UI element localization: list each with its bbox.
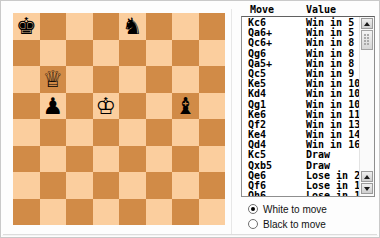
square-b5[interactable]: ♟ <box>40 93 67 120</box>
square-e7[interactable] <box>119 40 146 67</box>
move-column-header: Move <box>250 4 306 15</box>
square-d6[interactable] <box>93 66 120 93</box>
square-g3[interactable] <box>172 146 199 173</box>
square-a5[interactable] <box>13 93 40 120</box>
square-a3[interactable] <box>13 146 40 173</box>
move-list[interactable]: Kc6Win in 5Qa6+Win in 5Qc6+Win in 8Qg6Wi… <box>241 16 375 197</box>
white-to-move-radio[interactable] <box>248 204 258 214</box>
move-cell: Qh6 <box>248 191 306 196</box>
square-h7[interactable] <box>199 40 226 67</box>
square-b7[interactable] <box>40 40 67 67</box>
chess-board: ♚♞♕♟♔♝ <box>13 13 225 225</box>
square-e4[interactable] <box>119 119 146 146</box>
radio-dot-icon <box>251 207 255 211</box>
square-b6[interactable]: ♕ <box>40 66 67 93</box>
square-f7[interactable] <box>146 40 173 67</box>
scrollbar-bottom-buttons <box>361 171 373 194</box>
square-b8[interactable] <box>40 13 67 40</box>
scroll-up-button[interactable] <box>361 18 373 29</box>
square-g4[interactable] <box>172 119 199 146</box>
square-a8[interactable]: ♚ <box>13 13 40 40</box>
square-f5[interactable] <box>146 93 173 120</box>
square-h4[interactable] <box>199 119 226 146</box>
square-f4[interactable] <box>146 119 173 146</box>
square-c8[interactable] <box>66 13 93 40</box>
square-d7[interactable] <box>93 40 120 67</box>
white-to-move-label: White to move <box>263 204 327 215</box>
square-d3[interactable] <box>93 146 120 173</box>
square-g5[interactable]: ♝ <box>172 93 199 120</box>
square-a2[interactable] <box>13 172 40 199</box>
scrollbar-grip-icon <box>364 34 370 46</box>
square-h1[interactable] <box>199 199 226 226</box>
scroll-down-button[interactable] <box>361 183 373 194</box>
square-g2[interactable] <box>172 172 199 199</box>
square-g6[interactable] <box>172 66 199 93</box>
square-e6[interactable] <box>119 66 146 93</box>
square-f3[interactable] <box>146 146 173 173</box>
square-d4[interactable] <box>93 119 120 146</box>
square-f6[interactable] <box>146 66 173 93</box>
scroll-down-icon <box>364 187 370 191</box>
square-h3[interactable] <box>199 146 226 173</box>
square-g8[interactable] <box>172 13 199 40</box>
black-bishop-piece: ♝ <box>175 93 196 120</box>
value-column-header: Value <box>306 4 336 15</box>
black-pawn-piece: ♟ <box>42 93 63 120</box>
square-a4[interactable] <box>13 119 40 146</box>
scroll-up-button-bottom[interactable] <box>361 171 373 182</box>
square-f8[interactable] <box>146 13 173 40</box>
square-c1[interactable] <box>66 199 93 226</box>
square-h6[interactable] <box>199 66 226 93</box>
move-cell: Kd4 <box>248 89 306 99</box>
scrollbar-thumb[interactable] <box>361 30 373 50</box>
square-a6[interactable] <box>13 66 40 93</box>
white-to-move-option[interactable]: White to move <box>248 203 327 215</box>
square-c7[interactable] <box>66 40 93 67</box>
square-b4[interactable] <box>40 119 67 146</box>
square-d2[interactable] <box>93 172 120 199</box>
square-b1[interactable] <box>40 199 67 226</box>
square-g1[interactable] <box>172 199 199 226</box>
move-row-Qh6[interactable]: Qh6Lose in 15 <box>248 191 359 196</box>
square-c4[interactable] <box>66 119 93 146</box>
square-c3[interactable] <box>66 146 93 173</box>
square-g7[interactable] <box>172 40 199 67</box>
tablebase-window: ♚♞♕♟♔♝ MoveValue Kc6Win in 5Qa6+Win in 5… <box>0 0 380 238</box>
square-d5[interactable]: ♔ <box>93 93 120 120</box>
square-f1[interactable] <box>146 199 173 226</box>
square-e3[interactable] <box>119 146 146 173</box>
square-h5[interactable] <box>199 93 226 120</box>
black-knight-piece: ♞ <box>122 13 143 40</box>
scroll-up-icon <box>364 175 370 179</box>
square-a1[interactable] <box>13 199 40 226</box>
black-to-move-option[interactable]: Black to move <box>248 218 326 230</box>
square-e2[interactable] <box>119 172 146 199</box>
window-bottom-strip <box>2 235 378 236</box>
move-list-header: MoveValue <box>241 4 375 16</box>
square-c6[interactable] <box>66 66 93 93</box>
square-d1[interactable] <box>93 199 120 226</box>
square-e8[interactable]: ♞ <box>119 13 146 40</box>
value-cell: Lose in 15 <box>306 190 359 196</box>
black-to-move-radio[interactable] <box>248 219 258 229</box>
move-list-scrollbar[interactable] <box>359 17 374 196</box>
move-list-rows: Kc6Win in 5Qa6+Win in 5Qc6+Win in 8Qg6Wi… <box>242 17 359 196</box>
square-h2[interactable] <box>199 172 226 199</box>
square-c5[interactable] <box>66 93 93 120</box>
square-f2[interactable] <box>146 172 173 199</box>
square-h8[interactable] <box>199 13 226 40</box>
white-king-piece: ♔ <box>95 93 116 120</box>
board-panel-divider <box>231 9 232 234</box>
square-b2[interactable] <box>40 172 67 199</box>
black-king-piece: ♚ <box>16 13 37 40</box>
square-d8[interactable] <box>93 13 120 40</box>
square-b3[interactable] <box>40 146 67 173</box>
square-c2[interactable] <box>66 172 93 199</box>
white-queen-piece: ♕ <box>42 66 63 93</box>
scroll-up-icon <box>364 22 370 26</box>
square-e5[interactable] <box>119 93 146 120</box>
square-a7[interactable] <box>13 40 40 67</box>
square-e1[interactable] <box>119 199 146 226</box>
black-to-move-label: Black to move <box>263 219 326 230</box>
